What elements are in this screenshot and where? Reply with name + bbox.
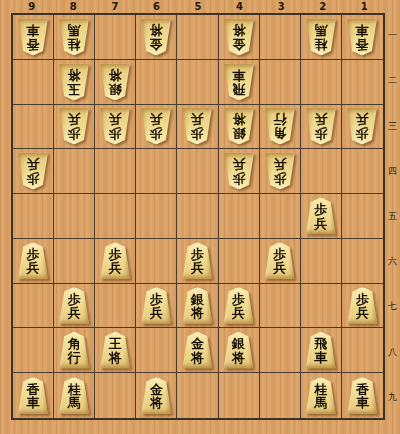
piece-gote-歩兵-1c[interactable]: 歩兵 (347, 108, 378, 145)
square-7c[interactable]: 歩兵 (95, 105, 136, 150)
square-7h[interactable]: 王将 (95, 328, 136, 373)
piece-gote-歩兵-3d[interactable]: 歩兵 (264, 153, 295, 190)
square-8e[interactable] (54, 194, 95, 239)
piece-gote-銀将-4c[interactable]: 銀将 (223, 108, 254, 145)
square-1c[interactable]: 歩兵 (342, 105, 383, 150)
rank-label-5: 五 (385, 194, 400, 239)
square-6g[interactable]: 歩兵 (136, 284, 177, 329)
square-3d[interactable]: 歩兵 (260, 149, 301, 194)
square-4d[interactable]: 歩兵 (219, 149, 260, 194)
file-label-5: 5 (177, 0, 219, 13)
piece-gote-歩兵-5c[interactable]: 歩兵 (182, 108, 213, 145)
square-6e[interactable] (136, 194, 177, 239)
square-1a[interactable]: 香車 (342, 15, 383, 60)
square-8f[interactable] (54, 239, 95, 284)
square-9e[interactable] (13, 194, 54, 239)
piece-sente-歩兵-1g[interactable]: 歩兵 (347, 287, 378, 324)
piece-gote-歩兵-2c[interactable]: 歩兵 (305, 108, 336, 145)
square-4e[interactable] (219, 194, 260, 239)
file-label-9: 9 (11, 0, 53, 13)
square-7i[interactable] (95, 373, 136, 418)
square-5b[interactable] (177, 60, 218, 105)
square-5e[interactable] (177, 194, 218, 239)
square-9b[interactable] (13, 60, 54, 105)
square-1i[interactable]: 香車 (342, 373, 383, 418)
piece-sente-飛車-2h[interactable]: 飛車 (305, 332, 336, 369)
square-4i[interactable] (219, 373, 260, 418)
square-2e[interactable]: 歩兵 (301, 194, 342, 239)
piece-gote-桂馬-2a[interactable]: 桂馬 (305, 18, 336, 55)
square-9g[interactable] (13, 284, 54, 329)
square-4c[interactable]: 銀将 (219, 105, 260, 150)
square-1g[interactable]: 歩兵 (342, 284, 383, 329)
square-5d[interactable] (177, 149, 218, 194)
piece-sente-歩兵-2e[interactable]: 歩兵 (305, 197, 336, 234)
rank-label-6: 六 (385, 239, 400, 284)
square-2c[interactable]: 歩兵 (301, 105, 342, 150)
square-8c[interactable]: 歩兵 (54, 105, 95, 150)
square-9f[interactable]: 歩兵 (13, 239, 54, 284)
square-4g[interactable]: 歩兵 (219, 284, 260, 329)
rank-label-7: 七 (385, 284, 400, 329)
file-label-2: 2 (302, 0, 344, 13)
rank-label-3: 三 (385, 103, 400, 148)
square-2a[interactable]: 桂馬 (301, 15, 342, 60)
square-7f[interactable]: 歩兵 (95, 239, 136, 284)
square-6a[interactable]: 金将 (136, 15, 177, 60)
square-2f[interactable] (301, 239, 342, 284)
piece-sente-香車-9i[interactable]: 香車 (18, 377, 49, 414)
square-3b[interactable] (260, 60, 301, 105)
square-3a[interactable] (260, 15, 301, 60)
square-1e[interactable] (342, 194, 383, 239)
piece-gote-歩兵-7c[interactable]: 歩兵 (100, 108, 131, 145)
piece-gote-桂馬-8a[interactable]: 桂馬 (59, 18, 90, 55)
piece-sente-歩兵-6g[interactable]: 歩兵 (141, 287, 172, 324)
square-1h[interactable] (342, 328, 383, 373)
square-5c[interactable]: 歩兵 (177, 105, 218, 150)
piece-sente-桂馬-8i[interactable]: 桂馬 (59, 377, 90, 414)
piece-sente-歩兵-7f[interactable]: 歩兵 (100, 242, 131, 279)
square-1d[interactable] (342, 149, 383, 194)
square-4h[interactable]: 銀将 (219, 328, 260, 373)
rank-label-9: 九 (385, 375, 400, 420)
piece-sente-銀将-5g[interactable]: 銀将 (182, 287, 213, 324)
piece-sente-歩兵-5f[interactable]: 歩兵 (182, 242, 213, 279)
file-label-8: 8 (53, 0, 95, 13)
piece-sente-桂馬-2i[interactable]: 桂馬 (305, 377, 336, 414)
square-2d[interactable] (301, 149, 342, 194)
file-label-1: 1 (344, 0, 386, 13)
square-5a[interactable] (177, 15, 218, 60)
square-9i[interactable]: 香車 (13, 373, 54, 418)
piece-sente-歩兵-9f[interactable]: 歩兵 (18, 242, 49, 279)
piece-gote-香車-1a[interactable]: 香車 (347, 18, 378, 55)
piece-gote-歩兵-8c[interactable]: 歩兵 (59, 108, 90, 145)
square-9c[interactable] (13, 105, 54, 150)
square-2b[interactable] (301, 60, 342, 105)
square-9d[interactable]: 歩兵 (13, 149, 54, 194)
square-3h[interactable] (260, 328, 301, 373)
file-labels: 987654321 (11, 0, 385, 13)
square-5h[interactable]: 金将 (177, 328, 218, 373)
square-3c[interactable]: 角行 (260, 105, 301, 150)
piece-gote-銀将-7b[interactable]: 銀将 (100, 63, 131, 100)
square-3g[interactable] (260, 284, 301, 329)
piece-gote-金将-4a[interactable]: 金将 (223, 18, 254, 55)
square-7g[interactable] (95, 284, 136, 329)
square-8i[interactable]: 桂馬 (54, 373, 95, 418)
square-8g[interactable]: 歩兵 (54, 284, 95, 329)
piece-gote-歩兵-9d[interactable]: 歩兵 (18, 153, 49, 190)
square-3i[interactable] (260, 373, 301, 418)
square-6f[interactable] (136, 239, 177, 284)
square-9a[interactable]: 香車 (13, 15, 54, 60)
file-label-3: 3 (260, 0, 302, 13)
file-label-4: 4 (219, 0, 261, 13)
piece-gote-歩兵-6c[interactable]: 歩兵 (141, 108, 172, 145)
file-label-6: 6 (136, 0, 178, 13)
square-2i[interactable]: 桂馬 (301, 373, 342, 418)
piece-sente-金将-6i[interactable]: 金将 (141, 377, 172, 414)
square-7d[interactable] (95, 149, 136, 194)
piece-gote-金将-6a[interactable]: 金将 (141, 18, 172, 55)
square-6i[interactable]: 金将 (136, 373, 177, 418)
square-7b[interactable]: 銀将 (95, 60, 136, 105)
square-4f[interactable] (219, 239, 260, 284)
square-7e[interactable] (95, 194, 136, 239)
piece-gote-飛車-4b[interactable]: 飛車 (223, 63, 254, 100)
square-8a[interactable]: 桂馬 (54, 15, 95, 60)
piece-sente-歩兵-8g[interactable]: 歩兵 (59, 287, 90, 324)
square-4b[interactable]: 飛車 (219, 60, 260, 105)
square-3e[interactable] (260, 194, 301, 239)
square-8h[interactable]: 角行 (54, 328, 95, 373)
rank-labels: 一二三四五六七八九 (385, 13, 400, 420)
rank-label-2: 二 (385, 58, 400, 103)
square-6h[interactable] (136, 328, 177, 373)
shogi-board: 香車桂馬金将金将桂馬香車玉将銀将飛車歩兵歩兵歩兵歩兵銀将角行歩兵歩兵歩兵歩兵歩兵… (11, 13, 385, 420)
square-5g[interactable]: 銀将 (177, 284, 218, 329)
square-5f[interactable]: 歩兵 (177, 239, 218, 284)
piece-sente-角行-8h[interactable]: 角行 (59, 332, 90, 369)
piece-sente-銀将-4h[interactable]: 銀将 (223, 332, 254, 369)
piece-gote-角行-3c[interactable]: 角行 (264, 108, 295, 145)
square-6b[interactable] (136, 60, 177, 105)
square-7a[interactable] (95, 15, 136, 60)
square-3f[interactable]: 歩兵 (260, 239, 301, 284)
piece-sente-歩兵-3f[interactable]: 歩兵 (264, 242, 295, 279)
square-4a[interactable]: 金将 (219, 15, 260, 60)
square-2g[interactable] (301, 284, 342, 329)
square-1f[interactable] (342, 239, 383, 284)
square-6c[interactable]: 歩兵 (136, 105, 177, 150)
piece-gote-香車-9a[interactable]: 香車 (18, 18, 49, 55)
piece-sente-王将-7h[interactable]: 王将 (100, 332, 131, 369)
piece-sente-歩兵-4g[interactable]: 歩兵 (223, 287, 254, 324)
rank-label-8: 八 (385, 330, 400, 375)
square-6d[interactable] (136, 149, 177, 194)
file-label-7: 7 (94, 0, 136, 13)
square-8b[interactable]: 玉将 (54, 60, 95, 105)
piece-gote-玉将-8b[interactable]: 玉将 (59, 63, 90, 100)
piece-sente-金将-5h[interactable]: 金将 (182, 332, 213, 369)
square-8d[interactable] (54, 149, 95, 194)
square-2h[interactable]: 飛車 (301, 328, 342, 373)
rank-label-1: 一 (385, 13, 400, 58)
square-1b[interactable] (342, 60, 383, 105)
rank-label-4: 四 (385, 149, 400, 194)
piece-gote-歩兵-4d[interactable]: 歩兵 (223, 153, 254, 190)
square-9h[interactable] (13, 328, 54, 373)
square-5i[interactable] (177, 373, 218, 418)
piece-sente-香車-1i[interactable]: 香車 (347, 377, 378, 414)
shogi-app: 987654321 香車桂馬金将金将桂馬香車玉将銀将飛車歩兵歩兵歩兵歩兵銀将角行… (0, 0, 400, 434)
